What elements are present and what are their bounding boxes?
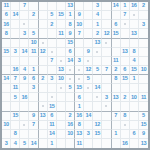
sudoku-cell[interactable] xyxy=(2,66,11,75)
sudoku-cell[interactable]: 15 xyxy=(11,112,20,121)
sudoku-cell[interactable] xyxy=(102,130,111,139)
sudoku-cell[interactable]: 8 xyxy=(75,121,84,130)
sudoku-cell[interactable] xyxy=(93,93,102,102)
sudoku-cell[interactable] xyxy=(39,2,48,11)
sudoku-app-canvas: 1171331411626142515194716281016383511972… xyxy=(0,0,150,150)
sudoku-cell[interactable] xyxy=(139,102,148,111)
sudoku-cell[interactable]: 5 xyxy=(48,11,57,20)
sudoku-cell[interactable]: 11 xyxy=(48,121,57,130)
sudoku-cell[interactable]: 7 xyxy=(29,121,38,130)
sudoku-cell[interactable]: 13 xyxy=(139,139,148,148)
sudoku-cell[interactable] xyxy=(39,121,48,130)
sudoku-cell[interactable]: 15 xyxy=(121,75,130,84)
sudoku-cell[interactable]: 16 xyxy=(66,121,75,130)
sudoku-cell[interactable] xyxy=(139,84,148,93)
sudoku-cell[interactable] xyxy=(66,75,75,84)
sudoku-cell[interactable] xyxy=(130,39,139,48)
sudoku-cell[interactable] xyxy=(102,20,111,29)
sudoku-cell[interactable]: 5 xyxy=(11,93,20,102)
sudoku-cell[interactable] xyxy=(48,39,57,48)
sudoku-cell[interactable] xyxy=(121,39,130,48)
sudoku-cell[interactable] xyxy=(102,57,111,66)
sudoku-cell[interactable] xyxy=(84,93,93,102)
sudoku-cell[interactable] xyxy=(20,11,29,20)
sudoku-cell[interactable] xyxy=(11,57,20,66)
sudoku-cell[interactable] xyxy=(39,20,48,29)
diagonal-dot-icon xyxy=(78,69,80,71)
sudoku-cell[interactable] xyxy=(84,139,93,148)
sudoku-cell[interactable]: 14 xyxy=(29,139,38,148)
sudoku-cell[interactable]: 8 xyxy=(2,29,11,38)
sudoku-cell[interactable]: 3 xyxy=(48,75,57,84)
sudoku-cell[interactable] xyxy=(139,11,148,20)
sudoku-cell[interactable]: 15 xyxy=(2,48,11,57)
sudoku-cell[interactable] xyxy=(39,102,48,111)
sudoku-cell[interactable] xyxy=(48,48,57,57)
sudoku-cell[interactable]: 16 xyxy=(20,93,29,102)
sudoku-cell[interactable] xyxy=(57,102,66,111)
sudoku-cell[interactable]: 3 xyxy=(11,48,20,57)
sudoku-cell[interactable]: 9 xyxy=(29,112,38,121)
sudoku-cell[interactable] xyxy=(84,121,93,130)
sudoku-cell[interactable]: 6 xyxy=(66,48,75,57)
sudoku-cell[interactable]: 10 xyxy=(66,130,75,139)
sudoku-cell[interactable]: 16 xyxy=(2,20,11,29)
sudoku-cell[interactable] xyxy=(20,121,29,130)
sudoku-cell[interactable]: 14 xyxy=(20,48,29,57)
sudoku-cell[interactable]: 5 xyxy=(84,75,93,84)
sudoku-cell[interactable] xyxy=(11,102,20,111)
diagonal-dot-icon xyxy=(105,42,107,44)
sudoku-cell[interactable] xyxy=(112,48,121,57)
sudoku-cell[interactable]: 7 xyxy=(75,29,84,38)
sudoku-cell[interactable] xyxy=(20,39,29,48)
sudoku-cell[interactable]: 10 xyxy=(130,93,139,102)
sudoku-cell[interactable] xyxy=(102,84,111,93)
sudoku-cell[interactable]: 3 xyxy=(75,57,84,66)
sudoku-cell[interactable]: 2 xyxy=(121,93,130,102)
sudoku-cell[interactable]: 3 xyxy=(29,84,38,93)
sudoku-cell[interactable]: 4 xyxy=(20,66,29,75)
sudoku-cell[interactable] xyxy=(84,11,93,20)
sudoku-cell[interactable] xyxy=(20,84,29,93)
sudoku-cell[interactable]: 4 xyxy=(11,139,20,148)
sudoku-cell[interactable]: 5 xyxy=(29,29,38,38)
sudoku-cell[interactable]: 1 xyxy=(112,130,121,139)
sudoku-cell[interactable]: 11 xyxy=(75,139,84,148)
sudoku-cell[interactable]: 13 xyxy=(75,130,84,139)
sudoku-cell[interactable] xyxy=(39,93,48,102)
sudoku-cell[interactable]: 8 xyxy=(121,112,130,121)
sudoku-cell[interactable] xyxy=(112,102,121,111)
diagonal-dot-icon xyxy=(87,87,89,89)
sudoku-cell[interactable]: 7 xyxy=(48,57,57,66)
sudoku-cell[interactable]: 15 xyxy=(66,39,75,48)
sudoku-cell[interactable]: 13 xyxy=(93,39,102,48)
sudoku-cell[interactable]: 13 xyxy=(112,93,121,102)
sudoku-cell[interactable] xyxy=(75,75,84,84)
sudoku-cell[interactable] xyxy=(130,11,139,20)
sudoku-cell[interactable]: 13 xyxy=(66,2,75,11)
sudoku-cell[interactable]: 1 xyxy=(29,66,38,75)
sudoku-cell[interactable]: 6 xyxy=(130,130,139,139)
sudoku-cell[interactable]: 12 xyxy=(102,29,111,38)
sudoku-cell[interactable]: 15 xyxy=(57,11,66,20)
sudoku-cell[interactable] xyxy=(39,57,48,66)
sudoku-cell[interactable] xyxy=(39,130,48,139)
sudoku-cell[interactable]: 3 xyxy=(93,2,102,11)
sudoku-cell[interactable] xyxy=(93,75,102,84)
sudoku-cell[interactable]: 5 xyxy=(20,139,29,148)
sudoku-cell[interactable] xyxy=(139,75,148,84)
sudoku-cell[interactable]: 14 xyxy=(84,112,93,121)
sudoku-cell[interactable] xyxy=(29,2,38,11)
sudoku-cell[interactable]: 1 xyxy=(48,139,57,148)
sudoku-cell[interactable] xyxy=(57,139,66,148)
sudoku-cell[interactable]: 2 xyxy=(139,2,148,11)
sudoku-cell[interactable]: 15 xyxy=(93,130,102,139)
sudoku-cell[interactable] xyxy=(57,2,66,11)
sudoku-cell[interactable]: 7 xyxy=(112,112,121,121)
sudoku-cell[interactable]: 14 xyxy=(2,75,11,84)
sudoku-cell[interactable] xyxy=(57,57,66,66)
sudoku-cell[interactable]: 16 xyxy=(75,112,84,121)
sudoku-cell[interactable] xyxy=(93,139,102,148)
sudoku-cell[interactable] xyxy=(48,93,57,102)
sudoku-cell[interactable] xyxy=(29,93,38,102)
sudoku-cell[interactable] xyxy=(48,66,57,75)
sudoku-cell[interactable] xyxy=(20,20,29,29)
sudoku-cell[interactable]: 14 xyxy=(48,130,57,139)
sudoku-cell[interactable] xyxy=(130,84,139,93)
sudoku-cell[interactable] xyxy=(102,48,111,57)
sudoku-cell[interactable] xyxy=(57,121,66,130)
sudoku-cell[interactable] xyxy=(75,66,84,75)
sudoku-cell[interactable]: 15 xyxy=(48,102,57,111)
sudoku-cell[interactable]: 5 xyxy=(139,112,148,121)
sudoku-cell[interactable] xyxy=(57,39,66,48)
sudoku-cell[interactable]: 8 xyxy=(130,48,139,57)
sudoku-cell[interactable]: 15 xyxy=(112,29,121,38)
sudoku-cell[interactable]: 6 xyxy=(48,112,57,121)
sudoku-cell[interactable] xyxy=(11,39,20,48)
sudoku-cell[interactable] xyxy=(11,20,20,29)
sudoku-cell[interactable]: 16 xyxy=(11,66,20,75)
sudoku-cell[interactable]: 11 xyxy=(29,48,38,57)
sudoku-cell[interactable] xyxy=(139,39,148,48)
sudoku-cell[interactable] xyxy=(102,2,111,11)
sudoku-cell[interactable] xyxy=(57,20,66,29)
sudoku-cell[interactable]: 2 xyxy=(66,112,75,121)
sudoku-cell[interactable]: 7 xyxy=(121,11,130,20)
sudoku-cell[interactable]: 5 xyxy=(66,84,75,93)
sudoku-cell[interactable] xyxy=(2,57,11,66)
sudoku-cell[interactable] xyxy=(11,29,20,38)
sudoku-cell[interactable]: 1 xyxy=(93,20,102,29)
sudoku-cell[interactable]: 3 xyxy=(102,93,111,102)
sudoku-cell[interactable]: 16 xyxy=(130,2,139,11)
sudoku-cell[interactable]: 10 xyxy=(75,20,84,29)
diagonal-dot-icon xyxy=(23,23,25,25)
sudoku-cell[interactable] xyxy=(57,112,66,121)
sudoku-cell[interactable]: 13 xyxy=(130,29,139,38)
sudoku-cell[interactable] xyxy=(20,130,29,139)
diagonal-dot-icon xyxy=(124,23,126,25)
sudoku-cell[interactable]: 11 xyxy=(11,84,20,93)
sudoku-cell[interactable]: 14 xyxy=(11,11,20,20)
sudoku-cell[interactable] xyxy=(93,102,102,111)
sudoku-cell[interactable]: 4 xyxy=(130,57,139,66)
sudoku-cell[interactable]: 12 xyxy=(84,66,93,75)
sudoku-cell[interactable]: 1 xyxy=(130,75,139,84)
sudoku-cell[interactable] xyxy=(39,139,48,148)
sudoku-cell[interactable] xyxy=(66,139,75,148)
sudoku-cell[interactable]: 10 xyxy=(2,121,11,130)
sudoku-cell[interactable] xyxy=(130,112,139,121)
sudoku-cell[interactable] xyxy=(130,139,139,148)
diagonal-dot-icon xyxy=(124,124,126,126)
sudoku-cell[interactable]: 16 xyxy=(121,139,130,148)
sudoku-cell[interactable] xyxy=(84,29,93,38)
sudoku-cell[interactable]: 7 xyxy=(20,2,29,11)
sudoku-cell[interactable] xyxy=(57,93,66,102)
sudoku-cell[interactable] xyxy=(93,112,102,121)
sudoku-cell[interactable]: 6 xyxy=(29,75,38,84)
sudoku-cell[interactable]: 2 xyxy=(93,29,102,38)
sudoku-cell[interactable] xyxy=(102,39,111,48)
sudoku-cell[interactable] xyxy=(39,11,48,20)
sudoku-cell[interactable] xyxy=(84,2,93,11)
sudoku-cell[interactable] xyxy=(112,121,121,130)
diagonal-dot-icon xyxy=(96,96,98,98)
sudoku-cell[interactable]: 12 xyxy=(39,48,48,57)
sudoku-cell[interactable]: 8 xyxy=(66,20,75,29)
sudoku-cell[interactable] xyxy=(29,20,38,29)
sudoku-cell[interactable]: 9 xyxy=(20,75,29,84)
sudoku-cell[interactable] xyxy=(2,112,11,121)
sudoku-cell[interactable] xyxy=(66,93,75,102)
sudoku-cell[interactable] xyxy=(93,57,102,66)
sudoku-cell[interactable]: 9 xyxy=(84,48,93,57)
sudoku-cell[interactable] xyxy=(112,39,121,48)
diagonal-dot-icon xyxy=(96,51,98,53)
diagonal-dot-icon xyxy=(87,60,89,62)
sudoku-cell[interactable]: 14 xyxy=(93,84,102,93)
sudoku-cell[interactable]: 6 xyxy=(2,11,11,20)
sudoku-cell[interactable] xyxy=(20,112,29,121)
sudoku-cell[interactable] xyxy=(130,20,139,29)
sudoku-cell[interactable] xyxy=(48,29,57,38)
sudoku-cell[interactable] xyxy=(121,121,130,130)
sudoku-cell[interactable] xyxy=(48,2,57,11)
diagonal-dot-icon xyxy=(23,124,25,126)
sudoku-cell[interactable]: 14 xyxy=(66,57,75,66)
sudoku-cell[interactable] xyxy=(112,139,121,148)
sudoku-cell[interactable]: 9 xyxy=(75,11,84,20)
sudoku-cell[interactable]: 4 xyxy=(93,11,102,20)
sudoku-cell[interactable]: 1 xyxy=(75,102,84,111)
sudoku-cell[interactable] xyxy=(57,84,66,93)
sudoku-cell[interactable] xyxy=(2,93,11,102)
sudoku-cell[interactable] xyxy=(2,84,11,93)
sudoku-cell[interactable]: 6 xyxy=(112,20,121,29)
sudoku-cell[interactable] xyxy=(139,48,148,57)
sudoku-cell[interactable]: 10 xyxy=(57,75,66,84)
sudoku-cell[interactable] xyxy=(2,39,11,48)
diagonal-dot-icon xyxy=(133,14,135,16)
sudoku-cell[interactable] xyxy=(84,57,93,66)
sudoku-cell[interactable]: 2 xyxy=(29,11,38,20)
sudoku-cell[interactable] xyxy=(84,20,93,29)
sudoku-cell[interactable]: 3 xyxy=(139,20,148,29)
sudoku-cell[interactable]: 6 xyxy=(121,66,130,75)
sudoku-cell[interactable] xyxy=(84,39,93,48)
sudoku-cell[interactable] xyxy=(39,84,48,93)
diagonal-dot-icon xyxy=(51,51,53,53)
sudoku-cell[interactable]: 2 xyxy=(112,66,121,75)
sudoku-cell[interactable] xyxy=(121,84,130,93)
sudoku-cell[interactable] xyxy=(20,102,29,111)
sudoku-cell[interactable] xyxy=(29,102,38,111)
sudoku-cell[interactable] xyxy=(2,130,11,139)
sudoku-cell[interactable] xyxy=(11,2,20,11)
sudoku-cell[interactable] xyxy=(121,130,130,139)
sudoku-cell[interactable]: 14 xyxy=(112,2,121,11)
sudoku-cell[interactable] xyxy=(139,57,148,66)
sudoku-cell[interactable]: 15 xyxy=(130,66,139,75)
sudoku-cell[interactable] xyxy=(11,121,20,130)
sudoku-cell[interactable]: 15 xyxy=(139,121,148,130)
sudoku-cell[interactable]: 6 xyxy=(75,93,84,102)
sudoku-cell[interactable] xyxy=(112,11,121,20)
sudoku-cell[interactable]: 8 xyxy=(11,130,20,139)
sudoku-cell[interactable]: 3 xyxy=(20,29,29,38)
sudoku-cell[interactable]: 7 xyxy=(11,75,20,84)
sudoku-cell[interactable] xyxy=(48,84,57,93)
sudoku-cell[interactable]: 11 xyxy=(139,93,148,102)
sudoku-cell[interactable] xyxy=(66,66,75,75)
sudoku-cell[interactable] xyxy=(102,11,111,20)
sudoku-cell[interactable]: 13 xyxy=(57,66,66,75)
diagonal-dot-icon xyxy=(42,42,44,44)
sudoku-cell[interactable]: 1 xyxy=(121,2,130,11)
sudoku-cell[interactable]: 10 xyxy=(139,66,148,75)
sudoku-cell[interactable] xyxy=(75,39,84,48)
sudoku-cell[interactable] xyxy=(66,102,75,111)
diagonal-dot-icon xyxy=(60,87,62,89)
sudoku-cell[interactable] xyxy=(57,130,66,139)
diagonal-dot-icon xyxy=(69,78,71,80)
sudoku-cell[interactable] xyxy=(130,102,139,111)
sudoku-cell[interactable]: 2 xyxy=(39,75,48,84)
sudoku-cell[interactable] xyxy=(57,48,66,57)
sudoku-cell[interactable] xyxy=(84,102,93,111)
sudoku-cell[interactable] xyxy=(29,57,38,66)
sudoku-cell[interactable] xyxy=(139,29,148,38)
sudoku-cell[interactable]: 9 xyxy=(66,29,75,38)
sudoku-cell[interactable] xyxy=(102,139,111,148)
sudoku-cell[interactable]: 2 xyxy=(48,20,57,29)
sudoku-cell[interactable]: 12 xyxy=(93,121,102,130)
diagonal-dot-icon xyxy=(42,105,44,107)
sudoku-cell[interactable]: 11 xyxy=(2,2,11,11)
sudoku-cell[interactable]: 13 xyxy=(39,112,48,121)
sudoku-cell[interactable] xyxy=(102,112,111,121)
diagonal-dot-icon xyxy=(60,60,62,62)
sudoku-cell[interactable] xyxy=(102,121,111,130)
sudoku-cell[interactable]: 11 xyxy=(112,57,121,66)
sudoku-cell[interactable]: 5 xyxy=(93,66,102,75)
sudoku-cell[interactable]: 3 xyxy=(84,130,93,139)
sudoku-cell[interactable] xyxy=(102,75,111,84)
sudoku-cell[interactable] xyxy=(39,29,48,38)
sudoku-cell[interactable] xyxy=(121,29,130,38)
sudoku-cell[interactable]: 8 xyxy=(112,75,121,84)
sudoku-cell[interactable] xyxy=(75,2,84,11)
sudoku-cell[interactable] xyxy=(29,130,38,139)
sudoku-cell[interactable]: 3 xyxy=(2,139,11,148)
diagonal-dot-icon xyxy=(69,69,71,71)
diagonal-dot-icon xyxy=(51,96,53,98)
sudoku-cell[interactable] xyxy=(75,48,84,57)
sudoku-cell[interactable] xyxy=(130,121,139,130)
sudoku-cell[interactable] xyxy=(93,48,102,57)
sudoku-cell[interactable] xyxy=(20,57,29,66)
sudoku-board: 1171331411626142515194716281016383511972… xyxy=(0,0,150,150)
sudoku-cell[interactable] xyxy=(84,84,93,93)
sudoku-cell[interactable]: 11 xyxy=(57,29,66,38)
sudoku-cell[interactable] xyxy=(102,102,111,111)
sudoku-cell[interactable]: 15 xyxy=(75,84,84,93)
sudoku-cell[interactable] xyxy=(121,20,130,29)
sudoku-cell[interactable] xyxy=(39,39,48,48)
sudoku-cell[interactable]: 1 xyxy=(66,11,75,20)
sudoku-cell[interactable]: 7 xyxy=(102,66,111,75)
sudoku-cell[interactable] xyxy=(121,102,130,111)
diagonal-dot-icon xyxy=(78,78,80,80)
sudoku-cell[interactable] xyxy=(39,66,48,75)
sudoku-cell[interactable]: 13 xyxy=(121,48,130,57)
sudoku-cell[interactable]: 9 xyxy=(139,130,148,139)
diagonal-dot-icon xyxy=(105,105,107,107)
sudoku-cell[interactable]: 10 xyxy=(29,39,38,48)
sudoku-cell[interactable] xyxy=(112,84,121,93)
sudoku-cell[interactable] xyxy=(2,102,11,111)
sudoku-cell[interactable] xyxy=(121,57,130,66)
